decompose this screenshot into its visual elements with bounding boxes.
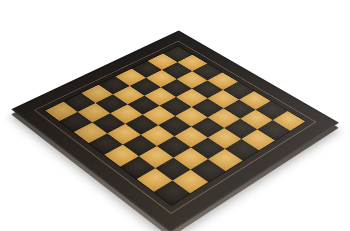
chess-board <box>11 30 339 231</box>
board-perspective-wrapper <box>0 0 350 231</box>
product-photo-canvas <box>0 0 350 231</box>
chess-board-squares <box>45 46 305 205</box>
